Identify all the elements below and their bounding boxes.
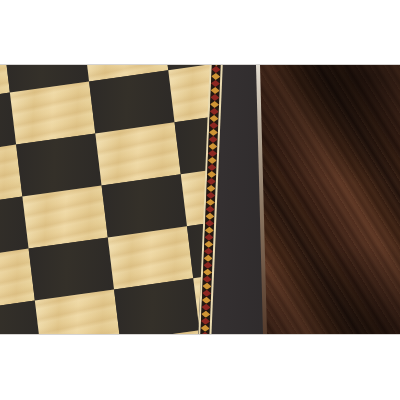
- diamond-icon: [208, 157, 217, 164]
- diamond-icon: [207, 164, 216, 171]
- diamond-icon: [203, 276, 212, 283]
- diamond-icon: [208, 143, 217, 150]
- diamond-icon: [212, 64, 221, 66]
- diamond-icon: [210, 101, 219, 108]
- diamond-icon: [211, 66, 220, 73]
- diamond-icon: [200, 332, 209, 335]
- diamond-icon: [204, 241, 213, 248]
- diamond-icon: [208, 136, 217, 143]
- diamond-icon: [211, 87, 220, 94]
- diamond-icon: [201, 311, 210, 318]
- diamond-icon: [204, 255, 213, 262]
- diamond-icon: [203, 269, 212, 276]
- diamond-icon: [204, 248, 213, 255]
- diamond-icon: [207, 178, 216, 185]
- diamond-icon: [202, 297, 211, 304]
- diamond-icon: [205, 213, 214, 220]
- diamond-icon: [209, 129, 218, 136]
- diamond-icon: [210, 108, 219, 115]
- diamond-icon: [206, 185, 215, 192]
- diamond-icon: [201, 318, 210, 325]
- page: [0, 0, 400, 400]
- diamond-icon: [204, 234, 213, 241]
- diamond-icon: [211, 73, 220, 80]
- diamond-icon: [210, 94, 219, 101]
- diamond-icon: [207, 171, 216, 178]
- diamond-icon: [208, 150, 217, 157]
- diamond-icon: [206, 199, 215, 206]
- diamond-icon: [206, 206, 215, 213]
- diamond-icon: [205, 227, 214, 234]
- diamond-icon: [202, 283, 211, 290]
- diamond-icon: [202, 290, 211, 297]
- diamond-icon: [206, 192, 215, 199]
- diamond-icon: [203, 262, 212, 269]
- diamond-icon: [201, 304, 210, 311]
- diamond-icon: [201, 325, 210, 332]
- board-square: [114, 278, 199, 335]
- diamond-icon: [209, 122, 218, 129]
- diamond-icon: [209, 115, 218, 122]
- product-photo: [0, 64, 400, 335]
- diamond-icon: [205, 220, 214, 227]
- diamond-icon: [211, 80, 220, 87]
